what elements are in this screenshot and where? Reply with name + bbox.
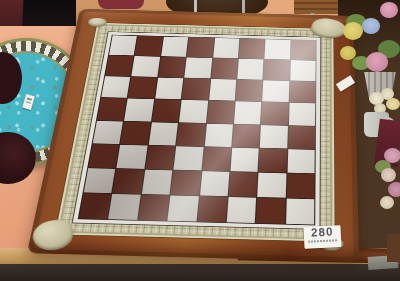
square-h5 [289,103,316,125]
square-g4 [260,125,288,148]
square-f8 [239,39,265,59]
square-c4 [149,122,179,145]
square-b6 [128,77,157,99]
square-g1 [256,198,285,224]
square-a5 [97,98,127,120]
square-f2 [229,172,258,197]
square-a7 [105,56,134,77]
wooden-box [294,0,342,14]
pink-rose [366,52,388,72]
cream-flower [380,196,394,209]
pink-flower [388,182,400,197]
square-h1 [286,198,315,224]
yellow-flower [386,98,400,110]
square-b5 [124,99,153,121]
square-a8 [109,35,137,55]
square-c8 [161,37,188,57]
square-f6 [236,80,263,102]
square-h6 [289,81,315,103]
square-e1 [197,196,227,222]
square-e7 [211,58,238,79]
square-g8 [265,39,291,59]
square-h2 [286,173,314,198]
square-f5 [234,102,262,124]
square-d7 [184,58,211,79]
square-f7 [237,59,263,80]
wood-fragment [387,234,400,262]
square-e5 [207,101,235,123]
floor [0,264,400,281]
square-f3 [230,147,259,171]
square-b8 [135,36,163,56]
square-e3 [202,147,231,171]
square-e6 [209,79,236,101]
square-c2 [142,169,173,194]
square-e4 [204,123,233,146]
square-b2 [113,169,144,194]
square-f4 [232,124,260,147]
square-e8 [213,38,239,58]
square-a3 [88,144,119,168]
square-c6 [155,78,183,100]
square-c5 [152,99,181,121]
square-c3 [145,145,175,169]
lot-number: 280 [303,225,341,240]
square-h8 [291,40,316,60]
square-h3 [287,149,315,173]
yellow-rose [340,46,356,60]
square-h7 [290,60,316,81]
square-b7 [132,56,160,77]
square-f1 [227,197,257,223]
auction-photo-scene: 280 [0,0,400,281]
square-d1 [168,195,199,221]
square-a6 [101,76,130,98]
square-d8 [187,37,214,57]
cream-flower [381,168,396,182]
square-g6 [262,81,289,103]
square-a4 [93,121,124,144]
lot-sticker: 280 [303,225,341,249]
square-c7 [158,57,186,78]
square-g2 [257,172,286,197]
square-d4 [176,123,205,146]
square-d3 [174,146,204,170]
chessboard [27,9,359,262]
maroon-object [98,0,144,9]
square-e2 [200,171,230,196]
square-b3 [117,145,148,169]
square-a1 [79,193,112,219]
lot-sticker-small-print [308,239,337,243]
blue-hydrangea [362,18,380,34]
square-g3 [259,148,287,172]
square-a2 [84,168,116,193]
square-h4 [288,126,315,149]
board-grid [78,35,317,226]
yellow-rose [343,22,363,40]
square-c1 [138,195,169,221]
square-g5 [261,102,288,124]
square-g7 [264,60,290,81]
square-d2 [171,170,201,195]
square-d6 [182,78,210,100]
square-d5 [179,100,207,122]
square-b1 [108,194,140,220]
pink-rose [380,2,398,18]
square-b4 [121,121,151,144]
